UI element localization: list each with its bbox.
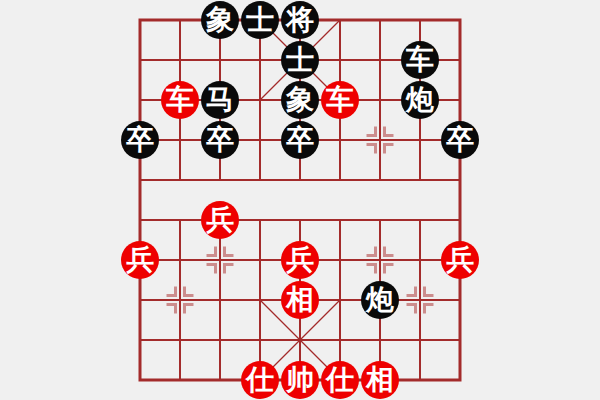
app-background: 象士将士车车马象车炮卒卒卒卒兵兵兵兵相炮仕帅仕相	[0, 0, 600, 400]
piece-black-advisor[interactable]: 士	[281, 41, 319, 79]
piece-black-horse[interactable]: 马	[201, 81, 239, 119]
piece-black-cannon[interactable]: 炮	[401, 81, 439, 119]
piece-red-advisor[interactable]: 仕	[321, 361, 359, 399]
piece-red-soldier[interactable]: 兵	[121, 241, 159, 279]
piece-red-soldier[interactable]: 兵	[441, 241, 479, 279]
piece-red-elephant[interactable]: 相	[361, 361, 399, 399]
piece-red-soldier[interactable]: 兵	[281, 241, 319, 279]
piece-black-soldier[interactable]: 卒	[201, 121, 239, 159]
piece-red-chariot[interactable]: 车	[321, 81, 359, 119]
piece-red-elephant[interactable]: 相	[281, 281, 319, 319]
piece-black-soldier[interactable]: 卒	[441, 121, 479, 159]
piece-red-chariot[interactable]: 车	[161, 81, 199, 119]
piece-red-general[interactable]: 帅	[281, 361, 319, 399]
piece-black-soldier[interactable]: 卒	[121, 121, 159, 159]
board-pieces-layer: 象士将士车车马象车炮卒卒卒卒兵兵兵兵相炮仕帅仕相	[120, 0, 480, 400]
piece-black-soldier[interactable]: 卒	[281, 121, 319, 159]
piece-black-advisor[interactable]: 士	[241, 1, 279, 39]
piece-black-cannon[interactable]: 炮	[361, 281, 399, 319]
piece-black-general[interactable]: 将	[281, 1, 319, 39]
piece-red-soldier[interactable]: 兵	[201, 201, 239, 239]
piece-red-advisor[interactable]: 仕	[241, 361, 279, 399]
piece-black-chariot[interactable]: 车	[401, 41, 439, 79]
piece-black-elephant[interactable]: 象	[201, 1, 239, 39]
piece-black-elephant[interactable]: 象	[281, 81, 319, 119]
